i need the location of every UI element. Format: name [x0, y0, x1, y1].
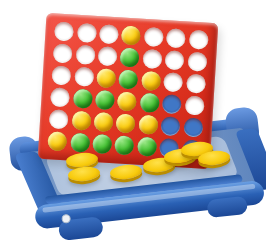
tray-disc-1[interactable] [65, 151, 98, 168]
tray-disc-3[interactable] [109, 163, 142, 180]
photo-canvas [0, 0, 266, 240]
tray-disc-2[interactable] [67, 165, 100, 182]
tray-disc-layer [0, 0, 266, 240]
